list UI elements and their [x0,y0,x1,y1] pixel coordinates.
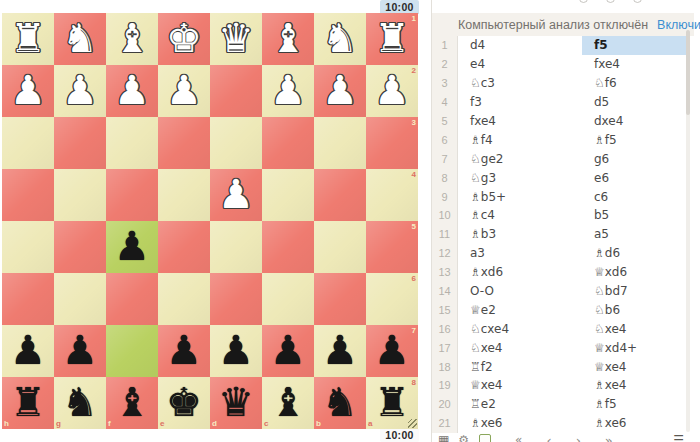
black-bishop: ♝ [106,377,158,429]
move-number: 4 [432,93,458,112]
square-g1[interactable]: ♞ [54,13,106,65]
move-black[interactable]: ♗d6 [582,244,689,263]
rank-label: 5 [412,222,416,231]
move-white[interactable]: d4 [458,36,582,55]
square-b4[interactable] [314,169,366,221]
square-b5[interactable] [314,221,366,273]
move-list-scrollbar[interactable] [686,30,690,432]
black-pawn: ♟ [54,325,106,377]
square-b2[interactable]: ♟ [314,65,366,117]
chess-analysis-page: 10:00 ♜♞♝♚♛♝♞♜1♟♟♟♟♟♟♟23♟4♟56♟♟♟♟♟♟♟7♜h♞… [0,0,700,442]
square-b8[interactable]: ♞b [314,377,366,429]
square-c2[interactable]: ♟ [262,65,314,117]
square-e1[interactable]: ♚ [158,13,210,65]
move-white[interactable]: ♘c3 [458,74,582,93]
square-h4[interactable] [2,169,54,221]
square-a4[interactable]: 4 [366,169,418,221]
move-white[interactable]: a3 [458,244,582,263]
move-black[interactable]: dxe4 [582,112,689,131]
clock-black: 10:00 [380,429,419,442]
move-white[interactable]: ♗c4 [458,206,582,225]
file-label: a [368,419,372,428]
black-knight: ♞ [314,377,366,429]
square-e4[interactable] [158,169,210,221]
square-c5[interactable] [262,221,314,273]
move-current[interactable]: f5 [582,36,689,55]
move-row: 19♕xe4♗xe4 [432,376,694,395]
square-f6[interactable] [106,273,158,325]
move-row: 11♗b3a5 [432,225,694,244]
move-black[interactable]: ♘f6 [582,74,689,93]
white-bishop: ♝ [106,13,158,65]
square-g7[interactable]: ♟ [54,325,106,377]
square-d2[interactable] [210,65,262,117]
file-label: f [108,419,111,428]
black-pawn: ♟ [262,325,314,377]
move-row: 16♘cxe4♘xe4 [432,319,694,338]
board-resize-handle[interactable] [408,419,417,428]
move-row: 2e4fxe4 [432,55,694,74]
move-number: 20 [432,395,458,414]
move-black[interactable]: e6 [582,168,689,187]
white-pawn: ♟ [262,65,314,117]
clipped-icon[interactable] [579,0,588,3]
square-f7[interactable] [106,325,158,377]
move-white[interactable]: e4 [458,55,582,74]
move-row: 12a3♗d6 [432,244,694,263]
rank-label: 3 [412,118,416,127]
square-d7[interactable]: ♟ [210,325,262,377]
square-a5[interactable]: 5 [366,221,418,273]
square-g6[interactable] [54,273,106,325]
move-black[interactable]: ♕xd6 [582,263,689,282]
square-h3[interactable] [2,117,54,169]
square-h8[interactable]: ♜h [2,377,54,429]
board-icon[interactable]: ▦ [438,434,449,442]
square-b1[interactable]: ♞ [314,13,366,65]
square-f5[interactable]: ♟ [106,221,158,273]
bottom-toolbar-clipped: ▦⚙«‹›»☰ [432,433,694,442]
move-white[interactable]: fxe4 [458,112,582,131]
move-black[interactable]: g6 [582,149,689,168]
square-c7[interactable]: ♟ [262,325,314,377]
move-row: 20♖e2♗f5 [432,395,694,414]
clipped-icon[interactable] [633,0,642,3]
top-toolbar-clipped [432,0,694,13]
white-pawn: ♟ [158,65,210,117]
square-g2[interactable]: ♟ [54,65,106,117]
move-white[interactable]: ♖e2 [458,395,582,414]
move-row: 5fxe4dxe4 [432,112,694,131]
white-knight: ♞ [314,13,366,65]
move-number: 7 [432,149,458,168]
move-row: 8♘g3e6 [432,168,694,187]
move-number: 21 [432,414,458,433]
square-d6[interactable] [210,273,262,325]
move-number: 14 [432,282,458,301]
square-c1[interactable]: ♝ [262,13,314,65]
move-number: 5 [432,112,458,131]
square-d4[interactable]: ♟ [210,169,262,221]
move-black[interactable]: ♗f5 [582,395,689,414]
move-white[interactable]: ♘xe4 [458,338,582,357]
white-rook: ♜ [2,13,54,65]
square-e7[interactable]: ♟ [158,325,210,377]
square-e3[interactable] [158,117,210,169]
black-knight: ♞ [54,377,106,429]
white-pawn: ♟ [2,65,54,117]
rank-label: 6 [412,274,416,283]
square-a2[interactable]: ♟2 [366,65,418,117]
move-number: 6 [432,130,458,149]
scrollbar-thumb[interactable] [686,30,690,115]
move-black[interactable]: c6 [582,187,689,206]
move-white[interactable]: ♗xe6 [458,414,582,433]
square-d1[interactable]: ♛ [210,13,262,65]
square-c4[interactable] [262,169,314,221]
move-white[interactable]: ♗b3 [458,225,582,244]
move-black[interactable]: ♘xe4 [582,319,689,338]
move-row: 1d4f5 [432,36,694,55]
rank-label: 8 [412,378,416,387]
square-h7[interactable]: ♟ [2,325,54,377]
black-pawn: ♟ [2,325,54,377]
square-e6[interactable] [158,273,210,325]
square-b3[interactable] [314,117,366,169]
move-white[interactable]: ♗b5+ [458,187,582,206]
move-row: 21♗xe6♗xe6 [432,414,694,433]
file-label: b [316,419,321,428]
move-black[interactable]: ♕xe4 [582,357,689,376]
black-queen: ♛ [210,377,262,429]
square-g8[interactable]: ♞g [54,377,106,429]
rank-label: 2 [412,66,416,75]
white-pawn: ♟ [314,65,366,117]
move-black[interactable]: ♗f5 [582,130,689,149]
rank-label: 7 [412,326,416,335]
move-black[interactable]: a5 [582,225,689,244]
white-knight: ♞ [54,13,106,65]
move-row: 4f3d5 [432,93,694,112]
move-white[interactable]: ♘cxe4 [458,319,582,338]
move-white[interactable]: O-O [458,282,582,301]
square-h5[interactable] [2,221,54,273]
square-a6[interactable]: 6 [366,273,418,325]
move-number: 18 [432,357,458,376]
move-white[interactable]: ♕xe4 [458,376,582,395]
file-label: h [4,419,9,428]
square-c3[interactable] [262,117,314,169]
gear-icon[interactable]: ⚙ [458,434,469,442]
square-c8[interactable]: ♝c [262,377,314,429]
square-f8[interactable]: ♝f [106,377,158,429]
move-black[interactable]: fxe4 [582,55,689,74]
white-pawn: ♟ [54,65,106,117]
move-row: 17♘xe4♕xd4+ [432,338,694,357]
move-number: 10 [432,206,458,225]
move-row: 10♗c4b5 [432,206,694,225]
move-number: 19 [432,376,458,395]
black-rook: ♜ [2,377,54,429]
move-black[interactable]: b5 [582,206,689,225]
square-e2[interactable]: ♟ [158,65,210,117]
move-black[interactable]: ♗xe6 [582,414,689,433]
nav-first-icon[interactable]: « [515,434,522,442]
move-number: 16 [432,319,458,338]
square-a3[interactable]: 3 [366,117,418,169]
move-row: 13♗xd6♕xd6 [432,263,694,282]
move-white[interactable]: ♖f2 [458,357,582,376]
square-h2[interactable]: ♟ [2,65,54,117]
move-number: 13 [432,263,458,282]
black-pawn: ♟ [210,325,262,377]
white-pawn: ♟ [210,169,262,221]
move-row: 7♘ge2g6 [432,149,694,168]
black-king: ♚ [158,377,210,429]
move-number: 17 [432,338,458,357]
move-row: 14O-O♘bd7 [432,282,694,301]
square-f3[interactable] [106,117,158,169]
move-black[interactable]: ♘bd7 [582,282,689,301]
white-king: ♚ [158,13,210,65]
rank-label: 4 [412,170,416,179]
black-pawn: ♟ [106,221,158,273]
square-g3[interactable] [54,117,106,169]
square-e8[interactable]: ♚e [158,377,210,429]
white-rook: ♜ [366,13,418,65]
file-label: e [160,419,164,428]
black-bishop: ♝ [262,377,314,429]
square-f4[interactable] [106,169,158,221]
white-pawn: ♟ [366,65,418,117]
square-f1[interactable]: ♝ [106,13,158,65]
nav-last-icon[interactable]: » [605,434,613,442]
move-black[interactable]: ♘b6 [582,300,689,319]
board-editor-icon[interactable] [479,434,491,442]
square-b6[interactable] [314,273,366,325]
square-g5[interactable] [54,221,106,273]
move-white[interactable]: ♕e2 [458,300,582,319]
move-number: 2 [432,55,458,74]
move-black[interactable]: d5 [582,93,689,112]
white-pawn: ♟ [106,65,158,117]
file-label: c [264,419,268,428]
square-d8[interactable]: ♛d [210,377,262,429]
move-number: 3 [432,74,458,93]
move-white[interactable]: f3 [458,93,582,112]
chess-board[interactable]: ♜♞♝♚♛♝♞♜1♟♟♟♟♟♟♟23♟4♟56♟♟♟♟♟♟♟7♜h♞g♝f♚e♛… [2,13,418,429]
move-black[interactable]: ♗xe4 [582,376,689,395]
clock-white: 10:00 [380,0,419,14]
white-bishop: ♝ [262,13,314,65]
move-number: 9 [432,187,458,206]
square-a7[interactable]: ♟7 [366,325,418,377]
analysis-status-text: Компьютерный анализ отключён [458,18,648,32]
black-pawn: ♟ [158,325,210,377]
square-g4[interactable] [54,169,106,221]
square-e5[interactable] [158,221,210,273]
square-f2[interactable]: ♟ [106,65,158,117]
move-row: 3♘c3♘f6 [432,74,694,93]
square-h6[interactable] [2,273,54,325]
move-row: 6♗f4♗f5 [432,130,694,149]
square-d3[interactable] [210,117,262,169]
analysis-header: Компьютерный анализ отключён Включить [432,13,694,36]
black-pawn: ♟ [366,325,418,377]
black-pawn: ♟ [314,325,366,377]
nav-prev-icon[interactable]: ‹ [546,434,551,442]
square-a1[interactable]: ♜1 [366,13,418,65]
move-row: 15♕e2♘b6 [432,300,694,319]
square-c6[interactable] [262,273,314,325]
clipped-icon[interactable] [606,0,615,3]
square-a8[interactable]: ♜8a [366,377,418,429]
file-label: d [212,419,217,428]
move-white[interactable]: ♗xd6 [458,263,582,282]
move-number: 12 [432,244,458,263]
square-b7[interactable]: ♟ [314,325,366,377]
move-number: 8 [432,168,458,187]
menu-icon[interactable]: ☰ [673,434,684,442]
move-row: 18♖f2♕xe4 [432,357,694,376]
square-d5[interactable] [210,221,262,273]
move-row: 9♗b5+c6 [432,187,694,206]
move-number: 1 [432,36,458,55]
move-list: 1d4f52e4fxe43♘c3♘f64f3d55fxe4dxe46♗f4♗f5… [432,36,694,433]
rank-label: 1 [412,14,416,23]
move-black[interactable]: ♕xd4+ [582,338,689,357]
file-label: g [56,419,61,428]
move-white[interactable]: ♗f4 [458,130,582,149]
square-h1[interactable]: ♜ [2,13,54,65]
move-number: 15 [432,300,458,319]
nav-next-icon[interactable]: › [576,434,581,442]
move-white[interactable]: ♘g3 [458,168,582,187]
move-number: 11 [432,225,458,244]
move-white[interactable]: ♘ge2 [458,149,582,168]
white-queen: ♛ [210,13,262,65]
enable-analysis-link[interactable]: Включить [657,18,700,32]
analysis-panel: Компьютерный анализ отключён Включить 1d… [431,0,694,442]
